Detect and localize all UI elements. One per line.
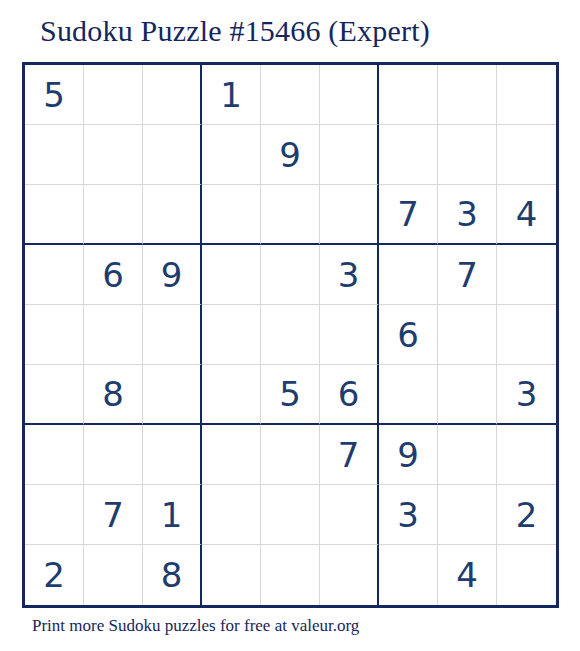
sudoku-cell-r9c7[interactable] xyxy=(379,545,438,605)
sudoku-cell-r3c2[interactable] xyxy=(84,185,143,245)
sudoku-cell-r8c2[interactable]: 7 xyxy=(84,485,143,545)
sudoku-cell-r8c5[interactable] xyxy=(261,485,320,545)
sudoku-cell-r2c3[interactable] xyxy=(143,125,202,185)
sudoku-cell-r1c8[interactable] xyxy=(438,65,497,125)
sudoku-cell-r7c3[interactable] xyxy=(143,425,202,485)
sudoku-cell-r2c2[interactable] xyxy=(84,125,143,185)
sudoku-cell-r3c4[interactable] xyxy=(202,185,261,245)
sudoku-cell-r3c6[interactable] xyxy=(320,185,379,245)
sudoku-cell-r5c7[interactable]: 6 xyxy=(379,305,438,365)
sudoku-cell-r6c5[interactable]: 5 xyxy=(261,365,320,425)
sudoku-cell-r3c7[interactable]: 7 xyxy=(379,185,438,245)
sudoku-cell-r9c8[interactable]: 4 xyxy=(438,545,497,605)
sudoku-cell-r3c3[interactable] xyxy=(143,185,202,245)
sudoku-cell-r4c7[interactable] xyxy=(379,245,438,305)
sudoku-cell-r8c1[interactable] xyxy=(25,485,84,545)
sudoku-cell-r9c4[interactable] xyxy=(202,545,261,605)
sudoku-cell-r2c9[interactable] xyxy=(497,125,556,185)
sudoku-page: Sudoku Puzzle #15466 (Expert) 5197346937… xyxy=(0,0,580,651)
sudoku-cell-r8c6[interactable] xyxy=(320,485,379,545)
sudoku-cell-r6c2[interactable]: 8 xyxy=(84,365,143,425)
sudoku-cell-r9c6[interactable] xyxy=(320,545,379,605)
sudoku-cell-r5c4[interactable] xyxy=(202,305,261,365)
sudoku-cell-r5c6[interactable] xyxy=(320,305,379,365)
sudoku-cell-r8c7[interactable]: 3 xyxy=(379,485,438,545)
sudoku-cell-r1c6[interactable] xyxy=(320,65,379,125)
sudoku-cell-r4c6[interactable]: 3 xyxy=(320,245,379,305)
sudoku-cell-r6c9[interactable]: 3 xyxy=(497,365,556,425)
sudoku-board: 519734693768563797132284 xyxy=(22,62,559,608)
sudoku-cell-r6c6[interactable]: 6 xyxy=(320,365,379,425)
sudoku-cell-r7c6[interactable]: 7 xyxy=(320,425,379,485)
sudoku-cell-r4c9[interactable] xyxy=(497,245,556,305)
sudoku-cell-r5c2[interactable] xyxy=(84,305,143,365)
sudoku-cell-r5c5[interactable] xyxy=(261,305,320,365)
sudoku-cell-r2c5[interactable]: 9 xyxy=(261,125,320,185)
sudoku-cell-r9c1[interactable]: 2 xyxy=(25,545,84,605)
sudoku-cell-r7c7[interactable]: 9 xyxy=(379,425,438,485)
sudoku-cell-r8c8[interactable] xyxy=(438,485,497,545)
sudoku-cell-r2c4[interactable] xyxy=(202,125,261,185)
sudoku-cell-r9c9[interactable] xyxy=(497,545,556,605)
sudoku-cell-r6c4[interactable] xyxy=(202,365,261,425)
sudoku-cell-r1c5[interactable] xyxy=(261,65,320,125)
sudoku-cell-r1c9[interactable] xyxy=(497,65,556,125)
sudoku-cell-r6c1[interactable] xyxy=(25,365,84,425)
sudoku-cell-r3c8[interactable]: 3 xyxy=(438,185,497,245)
sudoku-cell-r6c3[interactable] xyxy=(143,365,202,425)
sudoku-cell-r6c8[interactable] xyxy=(438,365,497,425)
sudoku-cell-r4c2[interactable]: 6 xyxy=(84,245,143,305)
sudoku-cell-r7c2[interactable] xyxy=(84,425,143,485)
sudoku-cell-r7c9[interactable] xyxy=(497,425,556,485)
footer-text: Print more Sudoku puzzles for free at va… xyxy=(32,616,359,636)
sudoku-cell-r4c4[interactable] xyxy=(202,245,261,305)
sudoku-cell-r4c3[interactable]: 9 xyxy=(143,245,202,305)
sudoku-cell-r2c7[interactable] xyxy=(379,125,438,185)
sudoku-cell-r1c4[interactable]: 1 xyxy=(202,65,261,125)
sudoku-cell-r8c9[interactable]: 2 xyxy=(497,485,556,545)
sudoku-cell-r2c8[interactable] xyxy=(438,125,497,185)
sudoku-cell-r4c5[interactable] xyxy=(261,245,320,305)
sudoku-cell-r1c7[interactable] xyxy=(379,65,438,125)
sudoku-cell-r5c1[interactable] xyxy=(25,305,84,365)
sudoku-cell-r6c7[interactable] xyxy=(379,365,438,425)
sudoku-cell-r7c5[interactable] xyxy=(261,425,320,485)
sudoku-cell-r8c4[interactable] xyxy=(202,485,261,545)
sudoku-cell-r8c3[interactable]: 1 xyxy=(143,485,202,545)
sudoku-cell-r1c2[interactable] xyxy=(84,65,143,125)
sudoku-cell-r9c2[interactable] xyxy=(84,545,143,605)
sudoku-cell-r1c1[interactable]: 5 xyxy=(25,65,84,125)
sudoku-cell-r5c8[interactable] xyxy=(438,305,497,365)
sudoku-cell-r7c4[interactable] xyxy=(202,425,261,485)
sudoku-cell-r2c6[interactable] xyxy=(320,125,379,185)
sudoku-cell-r1c3[interactable] xyxy=(143,65,202,125)
sudoku-cell-r4c1[interactable] xyxy=(25,245,84,305)
sudoku-cell-r9c3[interactable]: 8 xyxy=(143,545,202,605)
sudoku-cell-r4c8[interactable]: 7 xyxy=(438,245,497,305)
sudoku-cell-r5c3[interactable] xyxy=(143,305,202,365)
sudoku-cell-r3c9[interactable]: 4 xyxy=(497,185,556,245)
sudoku-cell-r3c1[interactable] xyxy=(25,185,84,245)
sudoku-cell-r7c1[interactable] xyxy=(25,425,84,485)
sudoku-cell-r5c9[interactable] xyxy=(497,305,556,365)
sudoku-cell-r2c1[interactable] xyxy=(25,125,84,185)
sudoku-cell-r7c8[interactable] xyxy=(438,425,497,485)
page-title: Sudoku Puzzle #15466 (Expert) xyxy=(40,14,430,48)
sudoku-cell-r3c5[interactable] xyxy=(261,185,320,245)
sudoku-cell-r9c5[interactable] xyxy=(261,545,320,605)
